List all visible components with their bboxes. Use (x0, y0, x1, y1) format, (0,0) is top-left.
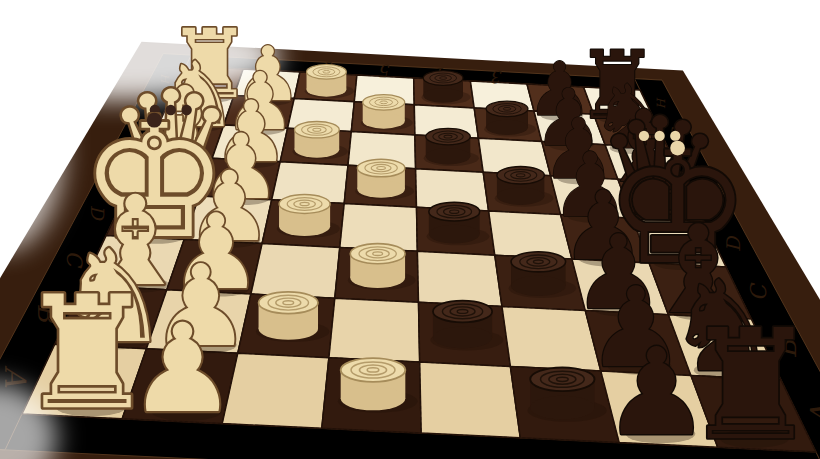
checker-bottom (429, 225, 480, 244)
checker-bottom (279, 217, 330, 236)
board-square[interactable] (420, 362, 521, 438)
checker-bottom (259, 318, 318, 340)
checker-bottom (423, 88, 463, 103)
checker-bottom (530, 396, 594, 420)
checker-bottom (511, 276, 566, 296)
board-square[interactable] (417, 251, 502, 306)
checker-bottom (341, 387, 406, 411)
checker-bottom (357, 180, 405, 197)
board-photo: 87654321HHGGFFEEDDCCBBAA ♜♟♟♜♞♟♟♞♝♟♟♝♛♟♟… (0, 0, 820, 459)
checker-bottom (426, 148, 471, 164)
rank-number-label: 5 (379, 61, 391, 81)
white-pawn[interactable]: ♟ (128, 297, 238, 440)
checker-bottom (433, 327, 492, 349)
checker-bottom (486, 120, 528, 135)
board-square[interactable] (329, 298, 420, 362)
checker-bottom (307, 82, 347, 97)
checker-bottom (363, 113, 405, 128)
checker-bottom (497, 187, 544, 204)
black-rook[interactable]: ♜ (682, 297, 819, 459)
rank-number-label: 3 (491, 67, 503, 87)
chess-glyph: ♟ (128, 297, 238, 440)
chess-glyph: ♜ (682, 297, 819, 459)
checker-bottom (350, 268, 405, 288)
scene-svg: 87654321HHGGFFEEDDCCBBAA ♜♟♟♜♞♟♟♞♝♟♟♝♛♟♟… (0, 0, 820, 459)
checker-bottom (294, 141, 339, 157)
king-finial (147, 113, 162, 128)
king-finial (670, 141, 685, 156)
